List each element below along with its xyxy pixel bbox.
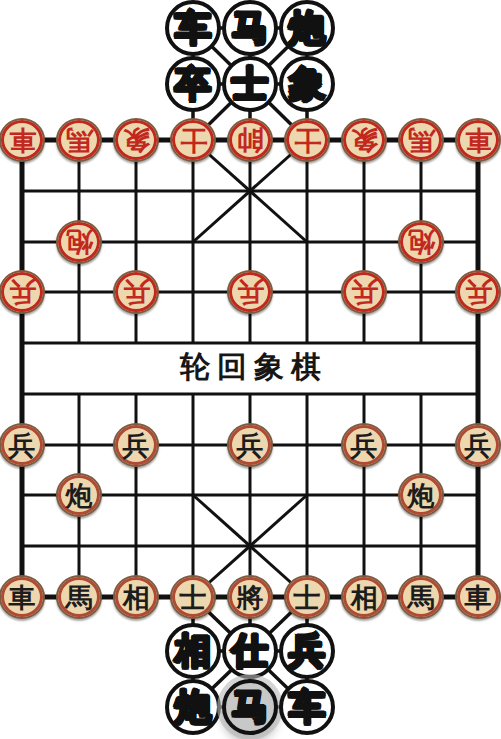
board-piece-象[interactable]: 象 (113, 118, 159, 162)
board-piece-馬[interactable]: 馬 (56, 575, 102, 619)
piece-character: 士 (180, 127, 207, 154)
piece-character: 兵 (9, 279, 36, 306)
board-piece-炮[interactable]: 炮 (398, 473, 444, 517)
piece-character: 兵 (351, 432, 378, 459)
piece-character: 馬 (66, 584, 93, 611)
piece-character: 象 (351, 127, 378, 154)
piece-character: 炮 (66, 229, 93, 256)
piece-character: 卒 (175, 66, 211, 102)
board-piece-車[interactable]: 車 (0, 118, 45, 162)
piece-character: 馬 (408, 584, 435, 611)
piece-character: 炮 (408, 482, 435, 509)
board-piece-士[interactable]: 士 (170, 118, 216, 162)
piece-character: 兵 (123, 279, 150, 306)
reserve-piece-相[interactable]: 相 (165, 623, 221, 679)
piece-character: 兵 (9, 432, 36, 459)
board-piece-兵[interactable]: 兵 (227, 423, 273, 467)
piece-character: 車 (465, 127, 492, 154)
board-piece-相[interactable]: 相 (113, 575, 159, 619)
board-piece-車[interactable]: 車 (0, 575, 45, 619)
board-piece-將[interactable]: 將 (227, 575, 273, 619)
board-piece-兵[interactable]: 兵 (341, 270, 387, 314)
piece-character: 车 (175, 10, 211, 46)
piece-character: 帥 (237, 127, 264, 154)
board-piece-兵[interactable]: 兵 (227, 270, 273, 314)
piece-character: 兵 (123, 432, 150, 459)
piece-character: 兵 (289, 633, 325, 669)
piece-character: 象 (289, 66, 325, 102)
board-piece-兵[interactable]: 兵 (455, 270, 501, 314)
piece-character: 炮 (175, 689, 211, 725)
piece-character: 相 (175, 633, 211, 669)
board-piece-兵[interactable]: 兵 (341, 423, 387, 467)
reserve-piece-卒[interactable]: 卒 (165, 56, 221, 112)
reserve-piece-炮[interactable]: 炮 (165, 679, 221, 735)
river-text: 轮回象棋 (0, 352, 501, 382)
piece-character: 兵 (465, 432, 492, 459)
reserve-piece-马-selected[interactable]: 马 (222, 679, 278, 735)
piece-character: 兵 (351, 279, 378, 306)
piece-character: 馬 (408, 127, 435, 154)
piece-character: 兵 (237, 432, 264, 459)
board-piece-兵[interactable]: 兵 (113, 423, 159, 467)
board-piece-象[interactable]: 象 (341, 118, 387, 162)
reserve-piece-仕[interactable]: 仕 (222, 623, 278, 679)
reserve-piece-象[interactable]: 象 (279, 56, 335, 112)
piece-character: 马 (232, 689, 268, 725)
board-piece-車[interactable]: 車 (455, 575, 501, 619)
piece-character: 車 (9, 584, 36, 611)
reserve-piece-车[interactable]: 车 (165, 0, 221, 56)
board-piece-車[interactable]: 車 (455, 118, 501, 162)
board-piece-兵[interactable]: 兵 (0, 423, 45, 467)
board-piece-帥[interactable]: 帥 (227, 118, 273, 162)
piece-character: 車 (9, 127, 36, 154)
piece-character: 炮 (289, 10, 325, 46)
piece-character: 兵 (465, 279, 492, 306)
board-piece-兵[interactable]: 兵 (0, 270, 45, 314)
board-piece-馬[interactable]: 馬 (398, 575, 444, 619)
reserve-piece-车[interactable]: 车 (279, 679, 335, 735)
piece-character: 士 (294, 127, 321, 154)
board-piece-馬[interactable]: 馬 (56, 118, 102, 162)
piece-character: 相 (351, 584, 378, 611)
reserve-piece-士[interactable]: 士 (222, 56, 278, 112)
piece-character: 车 (289, 689, 325, 725)
piece-character: 馬 (66, 127, 93, 154)
board-piece-炮[interactable]: 炮 (398, 220, 444, 264)
board-piece-兵[interactable]: 兵 (455, 423, 501, 467)
piece-character: 相 (123, 584, 150, 611)
piece-character: 马 (232, 10, 268, 46)
piece-character: 士 (232, 66, 268, 102)
piece-character: 仕 (232, 633, 268, 669)
xiangqi-board-stage: 轮回象棋 車馬象士帥士象馬車炮炮兵兵兵兵兵兵兵兵兵兵炮炮車馬相士將士相馬車车马炮… (0, 0, 501, 739)
piece-character: 炮 (66, 482, 93, 509)
board-piece-炮[interactable]: 炮 (56, 220, 102, 264)
piece-character: 炮 (408, 229, 435, 256)
piece-character: 象 (123, 127, 150, 154)
board-piece-士[interactable]: 士 (170, 575, 216, 619)
board-piece-炮[interactable]: 炮 (56, 473, 102, 517)
piece-character: 兵 (237, 279, 264, 306)
board-piece-士[interactable]: 士 (284, 575, 330, 619)
board-piece-士[interactable]: 士 (284, 118, 330, 162)
reserve-piece-马[interactable]: 马 (222, 0, 278, 56)
reserve-piece-炮[interactable]: 炮 (279, 0, 335, 56)
piece-character: 士 (180, 584, 207, 611)
piece-character: 士 (294, 584, 321, 611)
board-piece-相[interactable]: 相 (341, 575, 387, 619)
piece-character: 車 (465, 584, 492, 611)
piece-character: 將 (237, 584, 264, 611)
reserve-piece-兵[interactable]: 兵 (279, 623, 335, 679)
board-piece-馬[interactable]: 馬 (398, 118, 444, 162)
board-piece-兵[interactable]: 兵 (113, 270, 159, 314)
